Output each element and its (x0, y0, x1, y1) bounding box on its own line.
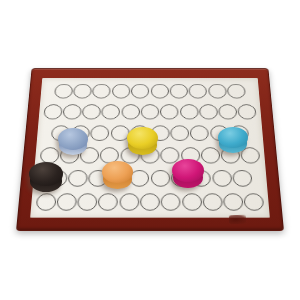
printed-circle-guide (233, 170, 253, 187)
mat-circle-cell (150, 167, 171, 190)
printed-circle-guide (151, 170, 170, 187)
printed-circle-guide (112, 84, 130, 99)
printed-circle-guide (63, 104, 82, 119)
printed-circle-guide (82, 104, 101, 119)
printed-circle-guide (189, 84, 208, 99)
mat-circle-cell (198, 101, 218, 122)
printed-circle-guide (121, 104, 140, 119)
macaron-top (58, 128, 88, 150)
mat-circle-cell (67, 167, 89, 190)
printed-circle-guide (182, 193, 202, 210)
mat-circle-cell (55, 190, 77, 214)
macaron-black (29, 162, 63, 192)
mat-circle-cell (92, 81, 112, 101)
mat-circle-cell (170, 122, 190, 144)
printed-circle-guide (54, 84, 73, 99)
printed-circle-guide (43, 104, 62, 119)
printed-circle-guide (35, 193, 56, 210)
printed-circle-guide (56, 193, 77, 210)
mat-circle-cell (140, 101, 160, 122)
printed-circle-guide (227, 84, 246, 99)
printed-circle-guide (202, 193, 222, 210)
mat-row-6 (34, 190, 265, 214)
mat-circle-cell (237, 101, 258, 122)
printed-circle-guide (199, 104, 218, 119)
printed-circle-guide (170, 84, 188, 99)
printed-circle-guide (91, 125, 110, 141)
product-photo (0, 0, 300, 300)
mat-circle-cell (179, 101, 199, 122)
mat-circle-cell (160, 101, 180, 122)
mat-circle-cell (62, 101, 83, 122)
macaron-cyan (218, 127, 248, 153)
printed-circle-guide (223, 193, 244, 210)
mat-circle-cell (81, 101, 101, 122)
printed-circle-guide (131, 84, 149, 99)
mat-circle-cell (243, 190, 266, 214)
mat-circle-cell (131, 81, 150, 101)
macaron-top (29, 162, 63, 186)
macaron-yellow (127, 127, 158, 155)
printed-circle-guide (160, 104, 179, 119)
printed-circle-guide (73, 84, 92, 99)
mat-circle-cell (97, 190, 119, 214)
mat-circle-cell (160, 190, 181, 214)
printed-circle-guide (93, 84, 112, 99)
macaron-pink (172, 159, 204, 188)
macaron-top (218, 127, 248, 148)
mat-circle-cell (211, 167, 233, 190)
mat-circle-cell (202, 190, 224, 214)
mat-circle-cell (188, 81, 208, 101)
printed-circle-guide (161, 193, 181, 210)
printed-circle-guide (77, 193, 97, 210)
printed-circle-guide (119, 193, 139, 210)
printed-circle-guide (208, 84, 227, 99)
printed-circle-guide (244, 193, 265, 210)
mat-circle-cell (121, 101, 141, 122)
mat-circle-cell (72, 81, 92, 101)
mat-circle-cell (139, 190, 160, 214)
mat-circle-cell (169, 81, 189, 101)
mat-circle-cell (90, 122, 111, 144)
mat-circle-cell (218, 101, 239, 122)
printed-circle-guide (212, 170, 232, 187)
printed-circle-guide (140, 193, 160, 210)
printed-circle-guide (68, 170, 88, 187)
mat-circle-cell (101, 101, 121, 122)
mat-circle-cell (189, 122, 210, 144)
brand-stamp (229, 215, 246, 225)
printed-circle-guide (170, 125, 189, 141)
printed-circle-guide (238, 104, 257, 119)
mat-circle-cell (42, 101, 63, 122)
mat-circle-cell (111, 81, 131, 101)
printed-circle-guide (190, 125, 209, 141)
macaron-top (172, 159, 204, 182)
mat-circle-cell (76, 190, 98, 214)
mat-row-2 (42, 101, 258, 122)
mat-circle-cell (181, 190, 203, 214)
mat-circle-cell (34, 190, 57, 214)
mat-circle-cell (118, 190, 139, 214)
mat-circle-cell (232, 167, 254, 190)
mat-circle-cell (150, 81, 169, 101)
printed-circle-guide (218, 104, 237, 119)
mat-circle-cell (222, 190, 244, 214)
printed-circle-guide (98, 193, 118, 210)
mat-row-5 (36, 167, 263, 190)
mat-circle-cell (207, 81, 227, 101)
macaron-light-blue (58, 128, 88, 155)
mat-circle-cell (226, 81, 247, 101)
printed-circle-guide (141, 104, 159, 119)
macaron-orange (102, 161, 133, 189)
printed-circle-guide (151, 84, 169, 99)
printed-circle-guide (180, 104, 199, 119)
printed-circle-guide (102, 104, 121, 119)
mat-circle-cell (53, 81, 74, 101)
mat-row-1 (44, 81, 256, 101)
